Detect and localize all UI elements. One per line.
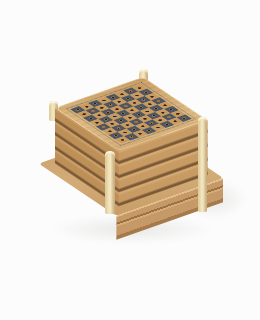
product-photo — [0, 0, 260, 320]
holder-post-right-icon — [198, 117, 207, 212]
holder-post-front-icon — [105, 151, 115, 214]
